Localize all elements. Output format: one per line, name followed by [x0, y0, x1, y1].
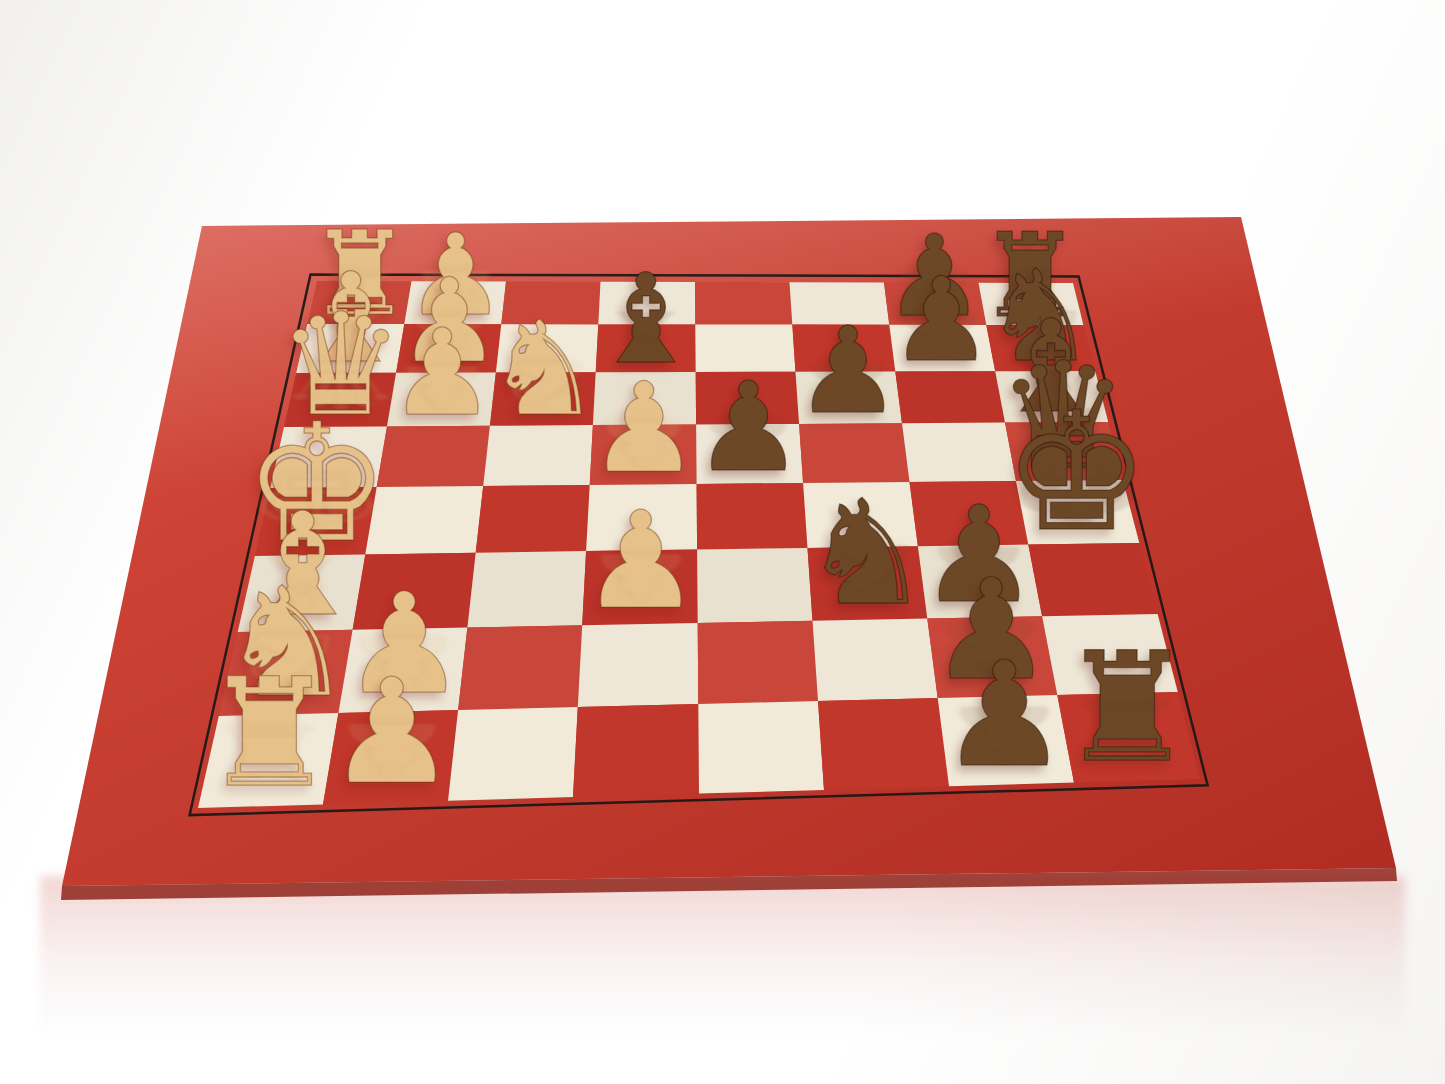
square-b6 — [792, 325, 895, 372]
square-e1 — [255, 487, 377, 556]
square-d1 — [270, 426, 387, 488]
square-h2 — [323, 710, 458, 804]
square-h8 — [1057, 692, 1200, 783]
square-d8 — [1005, 422, 1123, 481]
square-e6 — [803, 482, 918, 548]
square-c6 — [796, 372, 903, 424]
square-c4 — [593, 372, 696, 425]
chessboard — [0, 0, 1445, 1084]
square-d7 — [902, 423, 1016, 482]
square-b4 — [596, 324, 696, 372]
square-a8 — [979, 283, 1084, 325]
square-g6 — [813, 619, 938, 702]
square-e2 — [365, 486, 483, 554]
square-b1 — [296, 324, 404, 373]
square-a3 — [501, 282, 600, 325]
square-e5 — [697, 483, 808, 550]
square-f4 — [582, 550, 698, 626]
square-c5 — [696, 372, 799, 425]
square-f3 — [467, 551, 586, 627]
square-c8 — [995, 371, 1108, 423]
square-a5 — [695, 282, 792, 325]
square-f2 — [353, 553, 476, 630]
chess-product-photo: ♜♟♟♜♝♟♝♟♞♛♟♞♟♝♟♟♛♚♚♝♟♞♟♞♟♟♜♟♟♜ — [0, 0, 1445, 1084]
square-e7 — [910, 481, 1029, 546]
square-h7 — [938, 695, 1074, 786]
square-g2 — [338, 628, 467, 714]
square-f7 — [918, 545, 1042, 619]
square-c3 — [490, 372, 596, 426]
square-a4 — [598, 282, 695, 325]
square-h1 — [198, 713, 338, 808]
square-g4 — [578, 623, 699, 707]
square-b7 — [889, 325, 995, 372]
square-c7 — [895, 371, 1005, 423]
square-f8 — [1028, 543, 1157, 616]
square-g5 — [698, 621, 818, 704]
square-e8 — [1016, 480, 1139, 545]
square-h3 — [448, 707, 578, 801]
square-a6 — [790, 282, 890, 324]
square-f6 — [808, 546, 928, 621]
square-d3 — [483, 425, 593, 486]
square-d6 — [799, 423, 909, 483]
square-b5 — [695, 325, 795, 373]
square-g3 — [458, 625, 582, 710]
square-d2 — [377, 426, 490, 487]
square-b2 — [396, 324, 501, 373]
square-b3 — [496, 324, 598, 372]
square-g8 — [1042, 614, 1178, 695]
square-a2 — [404, 281, 506, 324]
square-g7 — [927, 616, 1057, 698]
square-h5 — [698, 701, 824, 794]
square-d5 — [696, 424, 803, 484]
square-f1 — [238, 554, 366, 632]
square-a1 — [307, 281, 411, 324]
square-h6 — [818, 698, 949, 790]
square-d4 — [590, 425, 697, 486]
square-h4 — [573, 704, 699, 797]
square-a7 — [884, 283, 986, 325]
square-e4 — [586, 484, 697, 551]
square-g1 — [219, 630, 353, 716]
square-f5 — [697, 548, 812, 623]
square-c1 — [284, 373, 396, 427]
square-c2 — [387, 373, 496, 427]
square-e3 — [476, 485, 590, 553]
square-b8 — [986, 325, 1095, 371]
